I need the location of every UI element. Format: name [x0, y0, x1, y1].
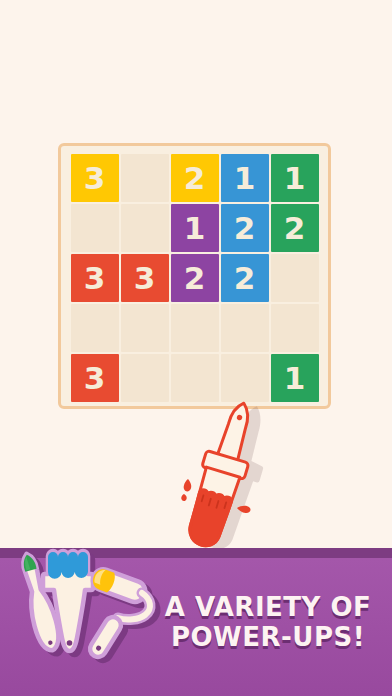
brush-red-paint	[185, 489, 232, 550]
power-up-tools-icon	[12, 544, 162, 666]
grid-cell-r1c2[interactable]	[121, 154, 169, 202]
brush-bristles	[185, 467, 240, 550]
roller-grip-hole	[95, 645, 102, 652]
paint-droplets	[181, 479, 250, 513]
grid-cell-r3c3[interactable]: 2	[171, 254, 219, 302]
banner-headline-line1: A VARIETY OF	[150, 592, 386, 622]
roller-frame	[118, 593, 150, 620]
puzzle-grid: 3211122332231	[71, 154, 319, 402]
grid-cell-r2c4[interactable]: 2	[221, 204, 269, 252]
roller-cylinder	[90, 567, 148, 605]
grid-cell-r5c4[interactable]	[221, 354, 269, 402]
banner-headline: A VARIETY OF POWER-UPS!	[150, 592, 386, 652]
brush-ferrule	[202, 451, 249, 480]
grid-cell-r2c2[interactable]	[121, 204, 169, 252]
grid-cell-r1c1[interactable]: 3	[71, 154, 119, 202]
banner-headline-line2: POWER-UPS!	[150, 622, 386, 652]
thin-brush-body	[16, 551, 63, 653]
grid-cell-r4c2[interactable]	[121, 304, 169, 352]
roller-yellow-paint	[90, 567, 117, 594]
banner-top-edge	[0, 548, 392, 558]
roller-grip	[87, 614, 124, 660]
brush-handle	[217, 400, 254, 462]
grid-cell-r3c4[interactable]: 2	[221, 254, 269, 302]
thin-brush-hole	[48, 640, 53, 645]
grid-cell-r5c3[interactable]	[171, 354, 219, 402]
grid-cell-r4c5[interactable]	[271, 304, 319, 352]
grid-cell-r1c4[interactable]: 1	[221, 154, 269, 202]
flat-brush-body	[43, 551, 93, 651]
flat-brush-hole	[67, 640, 73, 646]
grid-cell-r3c1[interactable]: 3	[71, 254, 119, 302]
brush-handle-hole	[236, 414, 243, 421]
grid-cell-r2c5[interactable]: 2	[271, 204, 319, 252]
grid-cell-r3c2[interactable]: 3	[121, 254, 169, 302]
grid-cell-r4c1[interactable]	[71, 304, 119, 352]
app-screenshot: 3211122332231	[0, 0, 392, 696]
puzzle-board: 3211122332231	[58, 143, 331, 409]
grid-cell-r5c2[interactable]	[121, 354, 169, 402]
grid-cell-r5c1[interactable]: 3	[71, 354, 119, 402]
paint-brush-illustration	[157, 396, 277, 554]
grid-cell-r1c3[interactable]: 2	[171, 154, 219, 202]
grid-cell-r4c4[interactable]	[221, 304, 269, 352]
grid-cell-r1c5[interactable]: 1	[271, 154, 319, 202]
promo-banner: A VARIETY OF POWER-UPS!	[0, 548, 392, 696]
grid-cell-r2c1[interactable]	[71, 204, 119, 252]
grid-cell-r2c3[interactable]: 1	[171, 204, 219, 252]
grid-cell-r3c5[interactable]	[271, 254, 319, 302]
grid-cell-r4c3[interactable]	[171, 304, 219, 352]
grid-cell-r5c5[interactable]: 1	[271, 354, 319, 402]
